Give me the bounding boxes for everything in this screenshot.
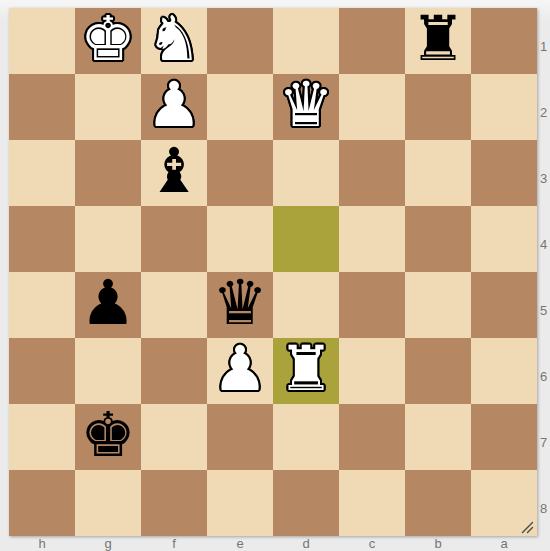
square-g7[interactable]: ♚ <box>75 404 141 470</box>
file-label-h: h <box>9 535 75 551</box>
black-rook-b1[interactable]: ♜ <box>410 6 466 72</box>
file-label-g: g <box>75 535 141 551</box>
square-c7[interactable] <box>339 404 405 470</box>
board-grid: ♚♞♜♟♛♝♟♛♟♜♚ <box>9 8 537 536</box>
square-f2[interactable]: ♟ <box>141 74 207 140</box>
square-a3[interactable] <box>471 140 537 206</box>
square-c2[interactable] <box>339 74 405 140</box>
square-a6[interactable] <box>471 338 537 404</box>
black-queen-e5[interactable]: ♛ <box>212 270 268 336</box>
square-e4[interactable] <box>207 206 273 272</box>
file-label-d: d <box>273 535 339 551</box>
square-h4[interactable] <box>9 206 75 272</box>
rank-label-4: 4 <box>537 206 550 272</box>
black-bishop-f3[interactable]: ♝ <box>146 138 202 204</box>
rank-label-6: 6 <box>537 338 550 404</box>
square-c8[interactable] <box>339 470 405 536</box>
square-b5[interactable] <box>405 272 471 338</box>
file-labels: hgfedcba <box>9 535 537 551</box>
square-a1[interactable] <box>471 8 537 74</box>
white-queen-d2[interactable]: ♛ <box>278 72 334 138</box>
square-d8[interactable] <box>273 470 339 536</box>
square-f4[interactable] <box>141 206 207 272</box>
square-g6[interactable] <box>75 338 141 404</box>
white-pawn-e6[interactable]: ♟ <box>212 336 268 402</box>
file-label-b: b <box>405 535 471 551</box>
rank-label-3: 3 <box>537 140 550 206</box>
rank-label-5: 5 <box>537 272 550 338</box>
chess-board-panel: ♚♞♜♟♛♝♟♛♟♜♚ 12345678 hgfedcba <box>0 0 550 551</box>
square-d6[interactable]: ♜ <box>273 338 339 404</box>
white-king-g1[interactable]: ♚ <box>80 6 136 72</box>
black-pawn-g5[interactable]: ♟ <box>80 270 136 336</box>
black-king-g7[interactable]: ♚ <box>80 402 136 468</box>
square-e6[interactable]: ♟ <box>207 338 273 404</box>
square-e7[interactable] <box>207 404 273 470</box>
rank-label-2: 2 <box>537 74 550 140</box>
square-g2[interactable] <box>75 74 141 140</box>
square-b8[interactable] <box>405 470 471 536</box>
square-b7[interactable] <box>405 404 471 470</box>
file-label-f: f <box>141 535 207 551</box>
white-pawn-f2[interactable]: ♟ <box>146 72 202 138</box>
square-f6[interactable] <box>141 338 207 404</box>
square-d4[interactable] <box>273 206 339 272</box>
square-d7[interactable] <box>273 404 339 470</box>
square-e1[interactable] <box>207 8 273 74</box>
rank-label-8: 8 <box>537 470 550 536</box>
white-rook-d6[interactable]: ♜ <box>278 336 334 402</box>
square-c4[interactable] <box>339 206 405 272</box>
file-label-c: c <box>339 535 405 551</box>
square-e2[interactable] <box>207 74 273 140</box>
square-h8[interactable] <box>9 470 75 536</box>
square-e8[interactable] <box>207 470 273 536</box>
square-d2[interactable]: ♛ <box>273 74 339 140</box>
square-h7[interactable] <box>9 404 75 470</box>
square-b2[interactable] <box>405 74 471 140</box>
rank-label-7: 7 <box>537 404 550 470</box>
square-f3[interactable]: ♝ <box>141 140 207 206</box>
square-c3[interactable] <box>339 140 405 206</box>
square-e5[interactable]: ♛ <box>207 272 273 338</box>
file-label-a: a <box>471 535 537 551</box>
square-c1[interactable] <box>339 8 405 74</box>
rank-label-1: 1 <box>537 8 550 74</box>
square-b6[interactable] <box>405 338 471 404</box>
square-c6[interactable] <box>339 338 405 404</box>
square-f1[interactable]: ♞ <box>141 8 207 74</box>
square-g3[interactable] <box>75 140 141 206</box>
square-h1[interactable] <box>9 8 75 74</box>
square-h5[interactable] <box>9 272 75 338</box>
square-f7[interactable] <box>141 404 207 470</box>
white-knight-f1[interactable]: ♞ <box>146 6 202 72</box>
resize-handle-icon[interactable] <box>519 519 534 534</box>
square-b1[interactable]: ♜ <box>405 8 471 74</box>
square-a7[interactable] <box>471 404 537 470</box>
square-g8[interactable] <box>75 470 141 536</box>
square-c5[interactable] <box>339 272 405 338</box>
square-d3[interactable] <box>273 140 339 206</box>
square-d1[interactable] <box>273 8 339 74</box>
square-f5[interactable] <box>141 272 207 338</box>
square-h6[interactable] <box>9 338 75 404</box>
square-g5[interactable]: ♟ <box>75 272 141 338</box>
square-b3[interactable] <box>405 140 471 206</box>
square-b4[interactable] <box>405 206 471 272</box>
square-a4[interactable] <box>471 206 537 272</box>
square-h2[interactable] <box>9 74 75 140</box>
square-f8[interactable] <box>141 470 207 536</box>
rank-labels: 12345678 <box>537 8 550 536</box>
file-label-e: e <box>207 535 273 551</box>
square-g4[interactable] <box>75 206 141 272</box>
square-a5[interactable] <box>471 272 537 338</box>
square-e3[interactable] <box>207 140 273 206</box>
square-a2[interactable] <box>471 74 537 140</box>
square-d5[interactable] <box>273 272 339 338</box>
square-g1[interactable]: ♚ <box>75 8 141 74</box>
square-h3[interactable] <box>9 140 75 206</box>
